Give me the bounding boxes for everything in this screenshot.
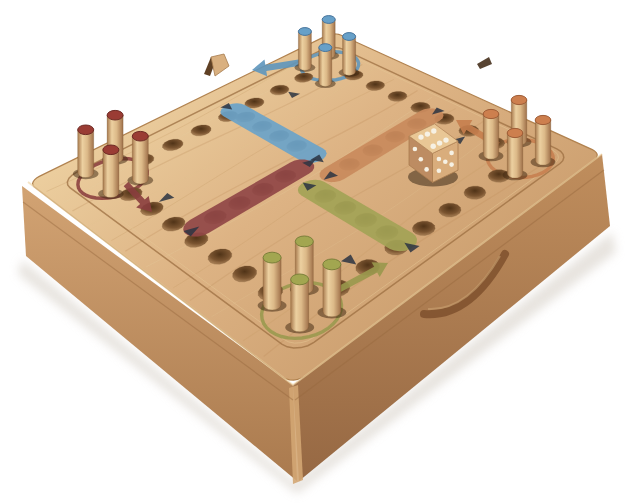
peg-orange-1-top — [511, 95, 527, 104]
die-pip — [419, 157, 424, 162]
lid-tab — [211, 54, 229, 76]
peg-green-3-top — [323, 259, 341, 270]
peg-red-2[interactable] — [78, 130, 94, 178]
peg-red-4-top — [103, 145, 119, 155]
die-pip — [443, 160, 448, 165]
peg-orange-2[interactable] — [483, 114, 499, 159]
die-pip — [431, 128, 436, 133]
die-pip — [424, 167, 429, 172]
die-pip — [437, 168, 442, 173]
peg-red-3[interactable] — [132, 136, 148, 184]
peg-orange-3[interactable] — [535, 120, 551, 165]
peg-blue-2-top — [298, 28, 311, 36]
peg-green-2[interactable] — [263, 258, 281, 310]
peg-blue-2[interactable] — [298, 32, 311, 71]
board-game-photo — [0, 0, 640, 504]
peg-blue-4-top — [319, 44, 332, 52]
die-pip — [437, 140, 442, 145]
peg-orange-4[interactable] — [507, 133, 523, 178]
peg-red-1-top — [107, 110, 123, 120]
die-pip — [413, 147, 418, 152]
die-pip — [437, 157, 442, 162]
die-pip — [418, 134, 423, 139]
track-hole-19[interactable] — [439, 203, 461, 217]
peg-green-1-top — [295, 236, 313, 247]
peg-orange-2-top — [483, 109, 499, 118]
peg-blue-4[interactable] — [319, 48, 332, 87]
die-pip — [449, 151, 454, 156]
die-pip — [425, 131, 430, 136]
peg-blue-3[interactable] — [343, 37, 356, 76]
ludo-board — [0, 0, 640, 504]
peg-green-3[interactable] — [323, 264, 341, 316]
track-hole-20[interactable] — [464, 186, 486, 199]
peg-green-2-top — [263, 252, 281, 263]
peg-orange-4-top — [507, 128, 523, 137]
peg-blue-1-top — [322, 16, 335, 24]
peg-blue-3-top — [343, 33, 356, 41]
peg-red-3-top — [132, 131, 148, 141]
die-pip — [449, 162, 454, 167]
die-pip — [431, 144, 436, 149]
peg-red-2-top — [78, 125, 94, 135]
lid-slot — [477, 57, 492, 69]
peg-green-4[interactable] — [291, 279, 309, 331]
peg-green-4-top — [291, 274, 309, 285]
die-pip — [443, 137, 448, 142]
peg-red-4[interactable] — [103, 150, 119, 198]
peg-orange-3-top — [535, 115, 551, 124]
